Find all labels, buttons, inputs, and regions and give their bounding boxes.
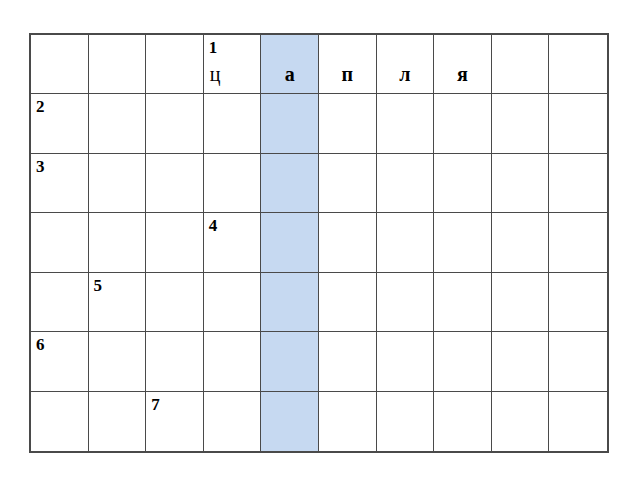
clue-number: 2 bbox=[36, 98, 45, 117]
cell-r1c7[interactable]: л bbox=[377, 35, 435, 94]
cell-r1c9[interactable] bbox=[492, 35, 550, 94]
cell-r5c4[interactable] bbox=[204, 273, 262, 332]
cell-r7c4[interactable] bbox=[204, 392, 262, 451]
cell-letter: л bbox=[377, 64, 434, 84]
cell-r6c5-highlighted[interactable] bbox=[261, 332, 319, 391]
cell-r2c6[interactable] bbox=[319, 94, 377, 153]
clue-number: 3 bbox=[36, 158, 45, 177]
cell-r4c10[interactable] bbox=[549, 213, 607, 272]
cell-r6c9[interactable] bbox=[492, 332, 550, 391]
cell-r2c1[interactable]: 2 bbox=[31, 94, 89, 153]
cell-r7c7[interactable] bbox=[377, 392, 435, 451]
cell-r6c10[interactable] bbox=[549, 332, 607, 391]
cell-r7c3[interactable]: 7 bbox=[146, 392, 204, 451]
cell-r3c1[interactable]: 3 bbox=[31, 154, 89, 213]
cell-r1c6[interactable]: п bbox=[319, 35, 377, 94]
clue-number: 5 bbox=[94, 277, 103, 296]
cell-r6c8[interactable] bbox=[434, 332, 492, 391]
cell-r2c7[interactable] bbox=[377, 94, 435, 153]
cell-r4c7[interactable] bbox=[377, 213, 435, 272]
cell-r4c6[interactable] bbox=[319, 213, 377, 272]
cell-r2c8[interactable] bbox=[434, 94, 492, 153]
cell-r3c7[interactable] bbox=[377, 154, 435, 213]
cell-r6c3[interactable] bbox=[146, 332, 204, 391]
cell-r5c5-highlighted[interactable] bbox=[261, 273, 319, 332]
cell-letter: я bbox=[434, 64, 491, 84]
clue-number: 7 bbox=[151, 396, 160, 415]
cell-r5c2[interactable]: 5 bbox=[89, 273, 147, 332]
cell-r6c4[interactable] bbox=[204, 332, 262, 391]
cell-r2c3[interactable] bbox=[146, 94, 204, 153]
cell-letter: ц bbox=[210, 64, 221, 84]
cell-r5c9[interactable] bbox=[492, 273, 550, 332]
cell-r1c1[interactable] bbox=[31, 35, 89, 94]
cell-r7c9[interactable] bbox=[492, 392, 550, 451]
clue-number: 4 bbox=[209, 217, 218, 236]
cell-r4c2[interactable] bbox=[89, 213, 147, 272]
cell-r4c3[interactable] bbox=[146, 213, 204, 272]
cell-r3c4[interactable] bbox=[204, 154, 262, 213]
cell-r2c2[interactable] bbox=[89, 94, 147, 153]
cell-r7c10[interactable] bbox=[549, 392, 607, 451]
cell-r2c4[interactable] bbox=[204, 94, 262, 153]
cell-r3c10[interactable] bbox=[549, 154, 607, 213]
cell-r5c1[interactable] bbox=[31, 273, 89, 332]
cell-r1c5-highlighted[interactable]: а bbox=[261, 35, 319, 94]
cell-r4c1[interactable] bbox=[31, 213, 89, 272]
cell-r7c2[interactable] bbox=[89, 392, 147, 451]
slide-background: 1цапля234567 bbox=[0, 0, 640, 480]
cell-r7c5-highlighted[interactable] bbox=[261, 392, 319, 451]
cell-r6c1[interactable]: 6 bbox=[31, 332, 89, 391]
cell-r5c3[interactable] bbox=[146, 273, 204, 332]
cell-r4c5-highlighted[interactable] bbox=[261, 213, 319, 272]
cell-r7c6[interactable] bbox=[319, 392, 377, 451]
cell-r1c3[interactable] bbox=[146, 35, 204, 94]
cell-r7c8[interactable] bbox=[434, 392, 492, 451]
cell-r2c5-highlighted[interactable] bbox=[261, 94, 319, 153]
cell-r5c7[interactable] bbox=[377, 273, 435, 332]
cell-r4c9[interactable] bbox=[492, 213, 550, 272]
cell-r1c4[interactable]: 1ц bbox=[204, 35, 262, 94]
crossword-grid: 1цапля234567 bbox=[29, 33, 609, 453]
cell-letter: а bbox=[261, 64, 318, 84]
cell-r7c1[interactable] bbox=[31, 392, 89, 451]
cell-r5c6[interactable] bbox=[319, 273, 377, 332]
cell-r1c10[interactable] bbox=[549, 35, 607, 94]
cell-r3c3[interactable] bbox=[146, 154, 204, 213]
cell-r6c6[interactable] bbox=[319, 332, 377, 391]
cell-r2c10[interactable] bbox=[549, 94, 607, 153]
cell-letter: п bbox=[319, 64, 376, 84]
cell-r5c10[interactable] bbox=[549, 273, 607, 332]
cell-r1c2[interactable] bbox=[89, 35, 147, 94]
cell-r3c6[interactable] bbox=[319, 154, 377, 213]
cell-r1c8[interactable]: я bbox=[434, 35, 492, 94]
cell-r3c9[interactable] bbox=[492, 154, 550, 213]
clue-number: 6 bbox=[36, 336, 45, 355]
cell-r5c8[interactable] bbox=[434, 273, 492, 332]
cell-r4c4[interactable]: 4 bbox=[204, 213, 262, 272]
cell-r2c9[interactable] bbox=[492, 94, 550, 153]
cell-r3c2[interactable] bbox=[89, 154, 147, 213]
cell-r6c7[interactable] bbox=[377, 332, 435, 391]
cell-r4c8[interactable] bbox=[434, 213, 492, 272]
cell-r3c8[interactable] bbox=[434, 154, 492, 213]
clue-number: 1 bbox=[209, 39, 218, 58]
cell-r6c2[interactable] bbox=[89, 332, 147, 391]
cell-r3c5-highlighted[interactable] bbox=[261, 154, 319, 213]
